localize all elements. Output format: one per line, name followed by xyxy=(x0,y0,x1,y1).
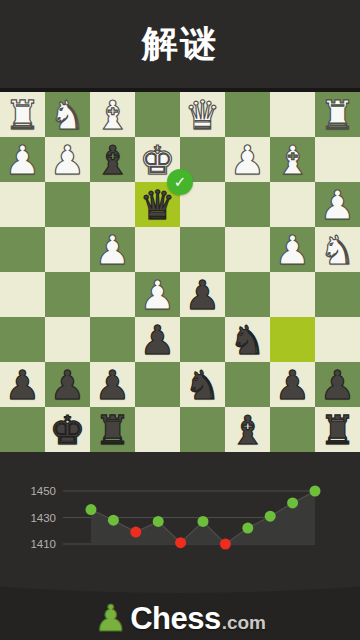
square-b2[interactable]: ♝ xyxy=(270,137,315,182)
piece-black-rook[interactable]: ♜ xyxy=(90,407,135,452)
square-b1[interactable] xyxy=(270,92,315,137)
logo-brand-text: Chess xyxy=(130,604,221,634)
rating-point-loss xyxy=(130,527,141,538)
bottom-section: 145014301410 ♟ Chess .com xyxy=(0,452,360,640)
square-g5[interactable] xyxy=(45,272,90,317)
correct-move-checkmark-icon: ✓ xyxy=(167,169,193,195)
square-c4[interactable] xyxy=(225,227,270,272)
square-d8[interactable] xyxy=(180,407,225,452)
square-e6[interactable]: ♟ xyxy=(135,317,180,362)
piece-black-bishop[interactable]: ♝ xyxy=(90,137,135,182)
square-e1[interactable] xyxy=(135,92,180,137)
square-d4[interactable] xyxy=(180,227,225,272)
square-h7[interactable]: ♟ xyxy=(0,362,45,407)
square-g4[interactable] xyxy=(45,227,90,272)
square-a7[interactable]: ♟ xyxy=(315,362,360,407)
square-d7[interactable]: ♞ xyxy=(180,362,225,407)
rating-point-win xyxy=(198,516,209,527)
chess-board: ♜♞♝♛♜♟♟♝♚♟♝♛✓♟♟♟♞♟♟♟♞♟♟♟♞♟♟♚♜♝♜ xyxy=(0,92,360,452)
piece-white-rook[interactable]: ♜ xyxy=(0,92,45,137)
square-f7[interactable]: ♟ xyxy=(90,362,135,407)
square-f8[interactable]: ♜ xyxy=(90,407,135,452)
square-b8[interactable] xyxy=(270,407,315,452)
square-c8[interactable]: ♝ xyxy=(225,407,270,452)
square-e7[interactable] xyxy=(135,362,180,407)
square-g2[interactable]: ♟ xyxy=(45,137,90,182)
square-h8[interactable] xyxy=(0,407,45,452)
y-axis-tick-label: 1410 xyxy=(30,538,56,550)
piece-black-pawn[interactable]: ♟ xyxy=(180,272,225,317)
square-g3[interactable] xyxy=(45,182,90,227)
piece-white-pawn[interactable]: ♟ xyxy=(135,272,180,317)
square-b7[interactable]: ♟ xyxy=(270,362,315,407)
square-a8[interactable]: ♜ xyxy=(315,407,360,452)
square-d6[interactable] xyxy=(180,317,225,362)
square-c7[interactable] xyxy=(225,362,270,407)
square-d5[interactable]: ♟ xyxy=(180,272,225,317)
piece-white-pawn[interactable]: ♟ xyxy=(225,137,270,182)
square-c3[interactable] xyxy=(225,182,270,227)
rating-point-loss xyxy=(220,539,231,550)
square-a3[interactable]: ♟ xyxy=(315,182,360,227)
square-f3[interactable] xyxy=(90,182,135,227)
piece-black-pawn[interactable]: ♟ xyxy=(270,362,315,407)
piece-black-knight[interactable]: ♞ xyxy=(180,362,225,407)
square-c1[interactable] xyxy=(225,92,270,137)
piece-black-rook[interactable]: ♜ xyxy=(315,407,360,452)
square-g7[interactable]: ♟ xyxy=(45,362,90,407)
square-b4[interactable]: ♟ xyxy=(270,227,315,272)
puzzle-screen: 解谜 ♜♞♝♛♜♟♟♝♚♟♝♛✓♟♟♟♞♟♟♟♞♟♟♟♞♟♟♚♜♝♜ 14501… xyxy=(0,0,360,640)
square-f1[interactable]: ♝ xyxy=(90,92,135,137)
piece-black-pawn[interactable]: ♟ xyxy=(90,362,135,407)
square-b6[interactable] xyxy=(270,317,315,362)
piece-white-pawn[interactable]: ♟ xyxy=(0,137,45,182)
square-a5[interactable] xyxy=(315,272,360,317)
piece-black-knight[interactable]: ♞ xyxy=(225,317,270,362)
rating-point-win xyxy=(287,497,298,508)
square-f4[interactable]: ♟ xyxy=(90,227,135,272)
page-title: 解谜 xyxy=(142,20,218,69)
piece-black-pawn[interactable]: ♟ xyxy=(45,362,90,407)
square-e3[interactable]: ♛✓ xyxy=(135,182,180,227)
square-h5[interactable] xyxy=(0,272,45,317)
piece-white-pawn[interactable]: ♟ xyxy=(315,182,360,227)
piece-black-pawn[interactable]: ♟ xyxy=(0,362,45,407)
piece-black-pawn[interactable]: ♟ xyxy=(135,317,180,362)
header: 解谜 xyxy=(0,0,360,92)
pawn-logo-icon: ♟ xyxy=(94,600,127,637)
square-e4[interactable] xyxy=(135,227,180,272)
rating-point-win xyxy=(86,504,97,515)
rating-chart: 145014301410 xyxy=(0,452,360,572)
piece-white-pawn[interactable]: ♟ xyxy=(270,227,315,272)
square-h4[interactable] xyxy=(0,227,45,272)
square-h2[interactable]: ♟ xyxy=(0,137,45,182)
piece-white-knight[interactable]: ♞ xyxy=(45,92,90,137)
square-e8[interactable] xyxy=(135,407,180,452)
square-b3[interactable] xyxy=(270,182,315,227)
piece-white-bishop[interactable]: ♝ xyxy=(90,92,135,137)
square-c5[interactable] xyxy=(225,272,270,317)
rating-point-win xyxy=(265,511,276,522)
piece-white-knight[interactable]: ♞ xyxy=(315,227,360,272)
piece-black-bishop[interactable]: ♝ xyxy=(225,407,270,452)
rating-point-win xyxy=(153,516,164,527)
rating-point-win xyxy=(310,486,321,497)
chesscom-logo[interactable]: ♟ Chess .com xyxy=(0,590,360,634)
square-a2[interactable] xyxy=(315,137,360,182)
square-a1[interactable]: ♜ xyxy=(315,92,360,137)
piece-black-pawn[interactable]: ♟ xyxy=(315,362,360,407)
square-a6[interactable] xyxy=(315,317,360,362)
square-h3[interactable] xyxy=(0,182,45,227)
piece-white-rook[interactable]: ♜ xyxy=(315,92,360,137)
piece-white-queen[interactable]: ♛ xyxy=(180,92,225,137)
y-axis-tick-label: 1450 xyxy=(30,485,56,497)
square-d1[interactable]: ♛ xyxy=(180,92,225,137)
square-c6[interactable]: ♞ xyxy=(225,317,270,362)
square-g1[interactable]: ♞ xyxy=(45,92,90,137)
logo-brand-suffix: .com xyxy=(222,612,266,634)
piece-white-bishop[interactable]: ♝ xyxy=(270,137,315,182)
piece-black-king[interactable]: ♚ xyxy=(45,407,90,452)
square-e5[interactable]: ♟ xyxy=(135,272,180,317)
piece-white-pawn[interactable]: ♟ xyxy=(90,227,135,272)
rating-point-win xyxy=(242,523,253,534)
square-f6[interactable] xyxy=(90,317,135,362)
square-g8[interactable]: ♚ xyxy=(45,407,90,452)
square-b5[interactable] xyxy=(270,272,315,317)
square-f5[interactable] xyxy=(90,272,135,317)
square-h1[interactable]: ♜ xyxy=(0,92,45,137)
square-h6[interactable] xyxy=(0,317,45,362)
square-a4[interactable]: ♞ xyxy=(315,227,360,272)
y-axis-tick-label: 1430 xyxy=(30,512,56,524)
rating-point-loss xyxy=(175,537,186,548)
square-g6[interactable] xyxy=(45,317,90,362)
square-f2[interactable]: ♝ xyxy=(90,137,135,182)
rating-point-win xyxy=(108,515,119,526)
square-c2[interactable]: ♟ xyxy=(225,137,270,182)
piece-white-pawn[interactable]: ♟ xyxy=(45,137,90,182)
